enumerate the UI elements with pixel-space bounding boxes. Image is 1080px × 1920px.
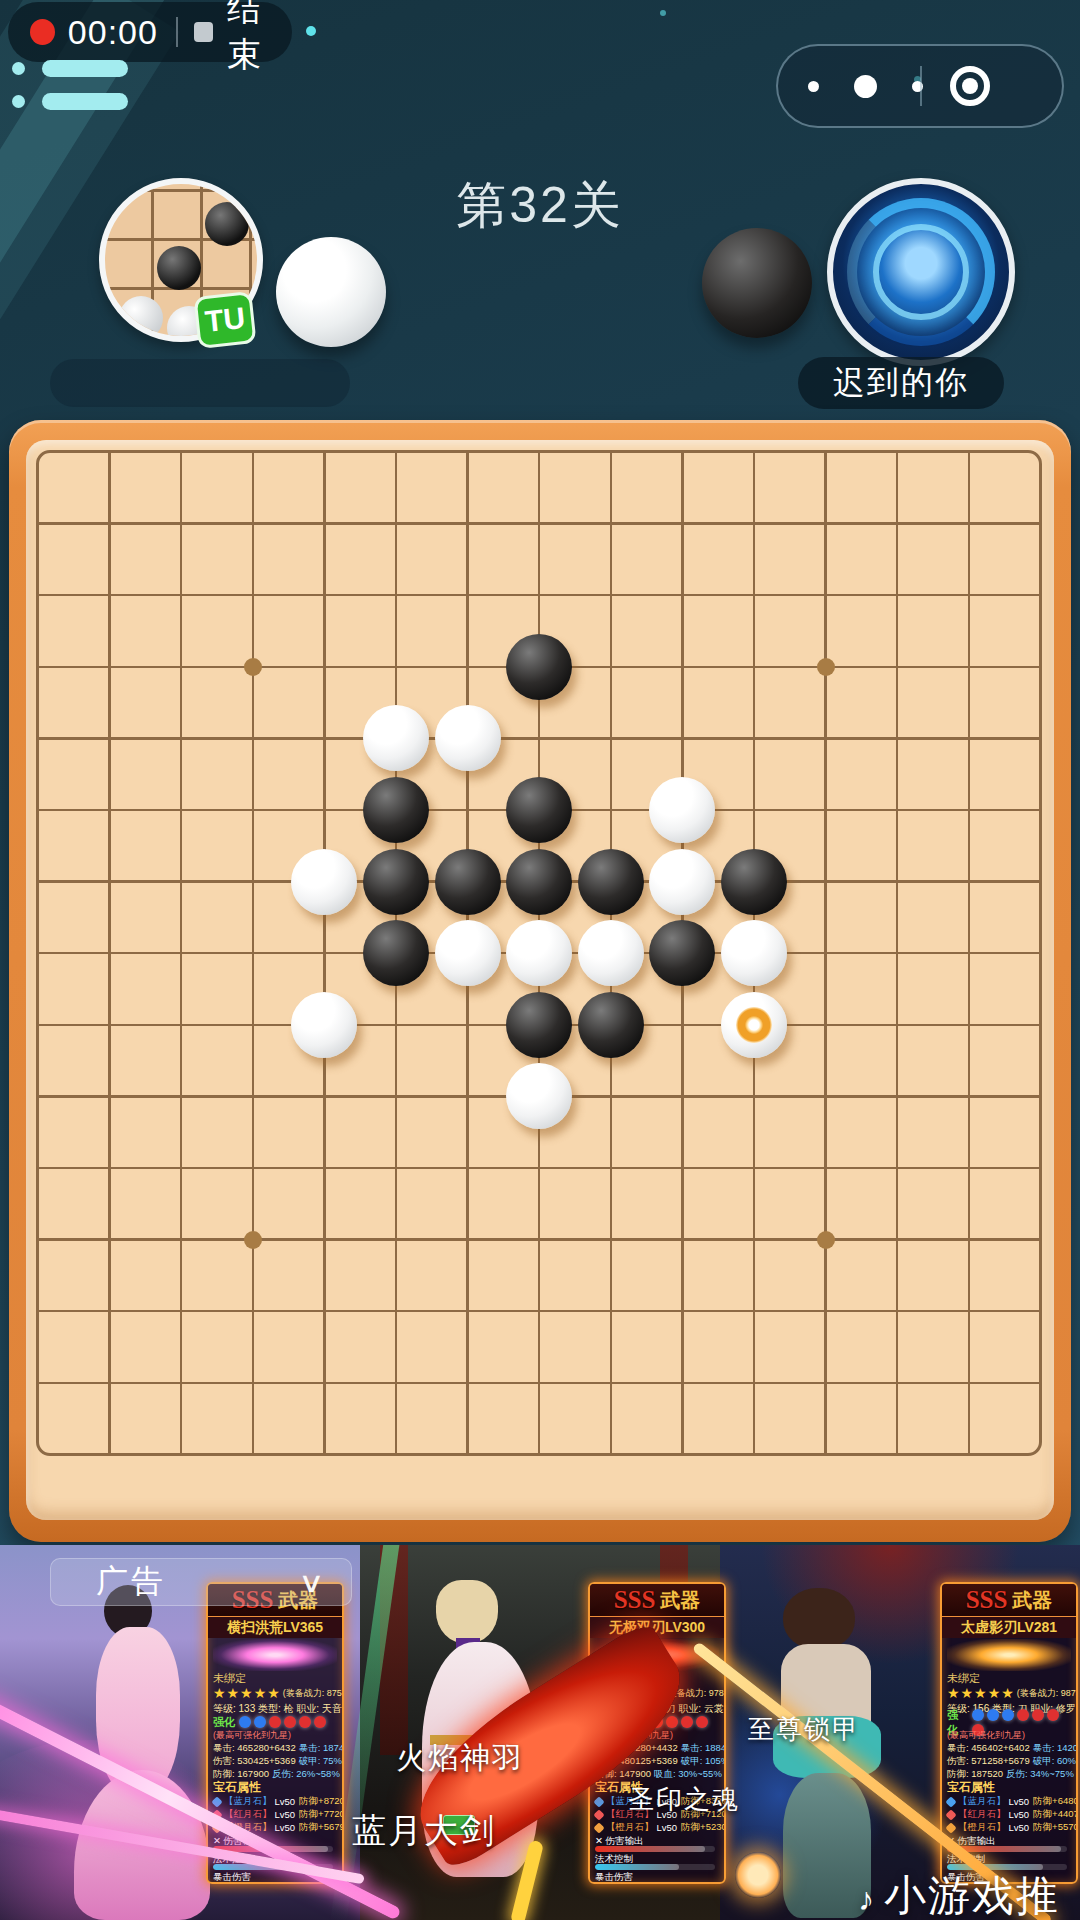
promo-text: ♪小游戏推广 [858, 1868, 1080, 1920]
close-circle-icon[interactable] [950, 66, 990, 106]
weapon-name: 横扫洪荒LV365 [208, 1617, 342, 1638]
gem-icon [593, 1796, 604, 1807]
stat-row: 伤害: 530425+5369破甲: 75% [213, 1754, 337, 1767]
stone-white [721, 992, 787, 1058]
attr-bar: 法术控制 [595, 1853, 719, 1870]
app-screen: 00:00 结束 第32关 TU 迟到的你 [0, 0, 1080, 1920]
stone-white [363, 705, 429, 771]
avatar-mini-stone [205, 202, 249, 246]
decor-speck [660, 10, 666, 16]
bind-state: 未绑定 [213, 1672, 337, 1685]
enhance-orb-icon [1047, 1709, 1059, 1721]
star-point [244, 658, 262, 676]
stone-black [363, 777, 429, 843]
gem-row: 【橙月石】Lv50防御+5570 [947, 1821, 1071, 1834]
stone-black [435, 849, 501, 915]
enhance-orb-icon [314, 1716, 326, 1728]
timer-text: 00:00 [68, 13, 158, 52]
gem-icon [945, 1809, 956, 1820]
music-note-icon: ♪ [858, 1881, 876, 1917]
enhance-orb-icon [696, 1716, 708, 1728]
ad-float-label: 蓝月大剑 [352, 1808, 496, 1854]
stone-black [506, 992, 572, 1058]
stone-white [291, 992, 357, 1058]
divider [176, 17, 178, 47]
stone-black [506, 634, 572, 700]
chevron-down-icon: ∨ [297, 1566, 324, 1599]
player-stone-white [276, 237, 386, 347]
enhance-orb-icon [1017, 1709, 1029, 1721]
enhance-orb-icon [1032, 1709, 1044, 1721]
stat-row: 暴击: 465280+6432暴击: 187420 [213, 1741, 337, 1754]
grid-line [38, 1167, 1040, 1170]
avatar-mini-stone [119, 296, 163, 340]
menu-dot-icon [12, 95, 25, 108]
card-title-item: 武器 [660, 1587, 700, 1614]
star-rating: ★★★★★ [213, 1685, 281, 1702]
ad-float-label: 至尊锁甲 [748, 1712, 860, 1747]
stop-icon [194, 22, 213, 42]
gem-row: 【橙月石】Lv50防御+5230 [595, 1821, 719, 1834]
gem-icon [211, 1796, 222, 1807]
stone-black [363, 849, 429, 915]
opponent-stone-black [702, 228, 812, 338]
ad-card-3[interactable]: SSS武器太虚影刃LV281未绑定★★★★★(装备战力: 98756)等级: 1… [940, 1582, 1078, 1884]
weapon-image [213, 1639, 337, 1671]
equip-power: (装备战力: 98756) [1017, 1685, 1078, 1702]
board-surface [26, 440, 1054, 1520]
grid-line [38, 1382, 1040, 1385]
stone-white [721, 920, 787, 986]
enhance-label: 强化 [213, 1715, 235, 1730]
weapon-image [947, 1639, 1071, 1671]
ad-float-label: 圣印之魂 [628, 1782, 740, 1817]
opponent-avatar[interactable] [827, 178, 1015, 366]
avatar-badge: TU [193, 291, 256, 349]
stone-white [291, 849, 357, 915]
enhance-orb-icon [987, 1709, 999, 1721]
capsule-divider [920, 66, 922, 106]
star-rating: ★★★★★ [947, 1685, 1015, 1702]
ad-label-pill[interactable]: 广告 ∨ [50, 1558, 352, 1606]
equip-power: (装备战力: 87546) [283, 1685, 344, 1702]
grid-line [896, 452, 899, 1454]
stat-row: 伤害: 571258+5679破甲: 60% [947, 1754, 1071, 1767]
card-title-sss: SSS [966, 1586, 1008, 1614]
menu-bar-icon [42, 93, 128, 110]
decor-speck [306, 26, 316, 36]
weapon-name: 太虚影刃LV281 [942, 1617, 1076, 1638]
bind-state: 未绑定 [947, 1672, 1071, 1685]
enhance-orb-icon [284, 1716, 296, 1728]
grid-line [38, 1310, 1040, 1313]
ad-card-1[interactable]: SSS武器横扫洪荒LV365未绑定★★★★★(装备战力: 87546)等级: 1… [206, 1582, 344, 1884]
grid-line [38, 1238, 1040, 1241]
menu-bar-icon [42, 60, 128, 77]
stat-row: 防御: 187520反伤: 34%~75% [947, 1767, 1071, 1780]
stone-black [506, 777, 572, 843]
gem-section-title: 宝石属性 [947, 1780, 1071, 1795]
star-point [817, 1231, 835, 1249]
card-title-sss: SSS [614, 1586, 656, 1614]
opponent-name: 迟到的你 [798, 357, 1004, 409]
more-options-icon[interactable] [808, 46, 923, 126]
stone-black [578, 992, 644, 1058]
stat-row: 防御: 167900反伤: 26%~58% [213, 1767, 337, 1780]
stone-white [649, 777, 715, 843]
stone-white [435, 705, 501, 771]
gem-icon [945, 1822, 956, 1833]
ad-float-label: 火焰神羽 [396, 1738, 524, 1779]
gem-row: 【红月石】Lv50防御+7720 [213, 1808, 337, 1821]
enhance-orb-icon [254, 1716, 266, 1728]
end-button[interactable]: 结束 [227, 0, 292, 78]
stone-white [506, 920, 572, 986]
stone-black [506, 849, 572, 915]
gem-section-title: 宝石属性 [213, 1780, 337, 1795]
menu-dot-icon [12, 62, 25, 75]
enhance-note: (最高可强化到九星) [213, 1730, 337, 1741]
stone-black [363, 920, 429, 986]
gomoku-board[interactable] [38, 452, 1040, 1454]
attr-bar: ✕ 伤害输出 [595, 1835, 719, 1852]
avatar-mini-stone [157, 246, 201, 290]
enhance-orb-icon [972, 1709, 984, 1721]
enhance-orb-icon [269, 1716, 281, 1728]
gem-icon [593, 1809, 604, 1820]
stone-white [578, 920, 644, 986]
gem-row: 【红月石】Lv50防御+4407 [947, 1808, 1071, 1821]
player-name-pill [50, 359, 350, 407]
enhance-orb-icon [666, 1716, 678, 1728]
enhance-orb-icon [681, 1716, 693, 1728]
star-point [817, 658, 835, 676]
ad-label: 广告 [96, 1560, 166, 1604]
stat-row: 暴击: 456402+6402暴击: 142013 [947, 1741, 1071, 1754]
grid-line [968, 452, 971, 1454]
attr-bar: 暴击伤害 [595, 1871, 719, 1884]
stone-black [578, 849, 644, 915]
stone-white [649, 849, 715, 915]
board-frame [9, 420, 1071, 1542]
star-point [244, 1231, 262, 1249]
stone-white [435, 920, 501, 986]
enhance-orb-icon [1002, 1709, 1014, 1721]
menu-icon[interactable] [10, 60, 140, 120]
gem-row: 【蓝月石】Lv50防御+6480 [947, 1795, 1071, 1808]
level-line: 等级: 133 类型: 枪 职业: 天音 [213, 1702, 337, 1715]
status-pill: 00:00 结束 [8, 2, 292, 62]
gem-row: 【蓝月石】Lv50防御+8720 [213, 1795, 337, 1808]
grid-line [824, 452, 827, 1454]
last-move-marker [736, 1007, 772, 1043]
gem-icon [593, 1822, 604, 1833]
record-dot-icon [30, 19, 55, 45]
card-title-item: 武器 [1012, 1587, 1052, 1614]
gem-icon [945, 1796, 956, 1807]
enhance-orb-icon [299, 1716, 311, 1728]
stone-black [721, 849, 787, 915]
enhance-orb-icon [239, 1716, 251, 1728]
glow-orb-icon [735, 1852, 781, 1898]
ad-banner[interactable]: 广告 ∨ ♪小游戏推广 SSS武器横扫洪荒LV365未绑定★★★★★(装备战力:… [0, 1545, 1080, 1920]
miniprogram-capsule [776, 44, 1064, 128]
